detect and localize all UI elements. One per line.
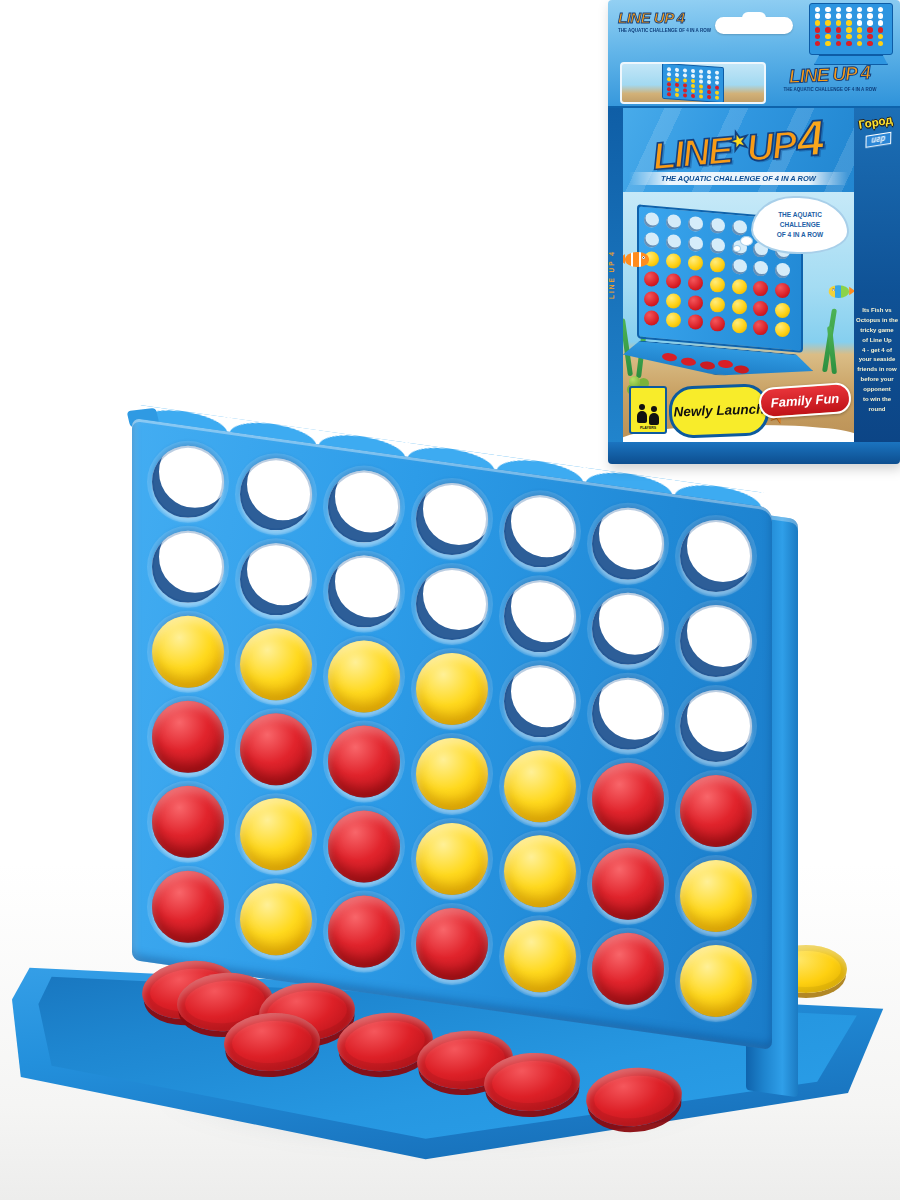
front-tagline-banner: THE AQUATIC CHALLENGE OF 4 IN A ROW: [629, 172, 848, 185]
empty-hole: [328, 555, 400, 627]
cell-r5c6: [750, 298, 772, 320]
cell-r1c2: [823, 6, 834, 13]
red-disc: [683, 93, 687, 97]
empty-hole: [867, 13, 873, 19]
cell-r6c2: [673, 92, 681, 98]
cell-r3c2: [663, 251, 685, 273]
cell-r2c3: [833, 13, 844, 20]
yellow-disc: [680, 860, 752, 932]
empty-hole: [836, 13, 842, 19]
yellow-disc: [416, 652, 488, 724]
empty-hole: [328, 470, 400, 542]
cell-r5c6: [865, 33, 876, 40]
cell-r4c6: [750, 278, 772, 300]
yellow-disc: [240, 628, 312, 700]
yellow-disc: [680, 945, 752, 1017]
yellow-disc: [675, 92, 679, 96]
cell-r1c6: [865, 6, 876, 13]
empty-hole: [815, 7, 821, 13]
cell-r2c4: [706, 235, 728, 257]
empty-hole: [644, 213, 659, 228]
cell-r1c3: [833, 6, 844, 13]
empty-hole: [416, 482, 488, 554]
speech-bubble-tail-small: [733, 245, 741, 252]
cell-r6c1: [144, 858, 232, 955]
cell-r2c3: [685, 233, 707, 255]
players-badge: PLAYERS: [629, 386, 667, 434]
board-grid: [144, 433, 760, 1030]
cell-r4c1: [641, 268, 663, 290]
cell-r6c5: [728, 315, 750, 337]
topface-logo-block: LINE UP 4 THE AQUATIC CHALLENGE OF 4 IN …: [768, 64, 892, 92]
cell-r5c3: [833, 33, 844, 40]
red-disc: [592, 847, 664, 919]
cell-r2c2: [232, 530, 320, 627]
cell-r6c3: [833, 40, 844, 47]
box-main: LINE UP 4 LINE★UP4 THE AQUATIC CHALLENGE…: [608, 108, 900, 442]
cell-r2c4: [844, 13, 855, 20]
hanger-slot: [715, 17, 793, 34]
cell-r3c5: [854, 20, 865, 27]
yellow-disc: [815, 20, 821, 26]
yellow-disc: [732, 279, 747, 294]
cell-r6c3: [320, 882, 408, 979]
cell-r3c4: [844, 20, 855, 27]
yellow-disc: [715, 95, 719, 99]
red-disc: [815, 27, 821, 33]
cell-r1c7: [672, 507, 760, 604]
cell-r1c1: [144, 433, 232, 530]
cell-r1c4: [706, 215, 728, 237]
cell-r5c1: [812, 33, 823, 40]
empty-hole: [680, 605, 752, 677]
cell-r6c3: [685, 311, 707, 333]
cell-r5c4: [706, 294, 728, 316]
micro-board-wrap: [662, 63, 724, 103]
red-disc: [707, 94, 711, 98]
cell-r2c7: [672, 592, 760, 689]
cell-r5c4: [408, 810, 496, 907]
cell-r2c1: [641, 229, 663, 251]
cell-r4c1: [144, 688, 232, 785]
red-disc: [688, 275, 703, 290]
cell-r6c7: [772, 319, 794, 341]
yellow-disc: [846, 34, 852, 40]
cell-r2c3: [320, 542, 408, 639]
yellow-disc: [857, 27, 863, 33]
empty-hole: [644, 232, 659, 247]
red-disc: [867, 41, 873, 47]
family-fun-badge: Family Fun: [758, 382, 852, 419]
cell-r5c1: [641, 288, 663, 310]
cell-r5c6: [584, 835, 672, 932]
cell-r1c6: [584, 495, 672, 592]
cell-r4c4: [706, 274, 728, 296]
cell-r2c5: [854, 13, 865, 20]
yellow-disc: [825, 20, 831, 26]
empty-hole: [688, 217, 703, 232]
cell-r3c6: [584, 665, 672, 762]
yellow-disc: [328, 640, 400, 712]
cell-r6c7: [672, 932, 760, 1029]
speech-bubble: THE AQUATIC CHALLENGE OF 4 IN A ROW: [751, 196, 849, 254]
red-disc: [416, 907, 488, 979]
cell-r3c7: [875, 20, 886, 27]
red-disc: [688, 315, 703, 330]
flap-tagline: THE AQUATIC CHALLENGE OF 4 IN A ROW: [618, 28, 718, 33]
cell-r2c2: [663, 231, 685, 253]
red-disc: [878, 27, 884, 33]
cell-r6c4: [706, 313, 728, 335]
cell-r6c6: [705, 94, 713, 100]
box-top-face: LINE UP 4 THE AQUATIC CHALLENGE OF 4 IN …: [608, 0, 900, 108]
red-disc: [240, 713, 312, 785]
cell-r6c6: [750, 317, 772, 339]
cell-r6c2: [663, 310, 685, 332]
empty-hole: [592, 592, 664, 664]
cell-r6c7: [875, 40, 886, 47]
hanger-notch: [742, 12, 766, 22]
yellow-disc: [710, 258, 725, 273]
players-label: PLAYERS: [640, 426, 656, 430]
yellow-disc: [152, 615, 224, 687]
topface-photo: [620, 62, 766, 104]
yellow-disc: [732, 299, 747, 314]
empty-hole: [710, 238, 725, 253]
yellow-disc: [775, 303, 790, 318]
cell-r5c7: [672, 847, 760, 944]
red-disc: [753, 301, 768, 316]
yellow-disc: [688, 256, 703, 271]
brand-logo-top: Город: [853, 113, 898, 132]
cell-r3c4: [706, 255, 728, 277]
cell-r6c4: [689, 93, 697, 99]
cell-r4c2: [232, 700, 320, 797]
cell-r3c2: [232, 615, 320, 712]
cell-r1c5: [854, 6, 865, 13]
red-disc: [328, 725, 400, 797]
empty-hole: [857, 7, 863, 13]
cell-r1c4: [844, 6, 855, 13]
cell-r2c2: [823, 13, 834, 20]
empty-hole: [688, 236, 703, 251]
empty-hole: [846, 13, 852, 19]
cell-r4c6: [865, 26, 876, 33]
cell-r3c2: [823, 20, 834, 27]
yellow-disc: [857, 41, 863, 47]
red-disc: [592, 932, 664, 1004]
cell-r2c6: [865, 13, 876, 20]
cell-r2c1: [144, 518, 232, 615]
cell-r6c2: [823, 40, 834, 47]
red-disc: [836, 41, 842, 47]
cell-r4c2: [823, 26, 834, 33]
red-disc: [328, 895, 400, 967]
yellow-disc: [416, 822, 488, 894]
yellow-disc: [666, 293, 681, 308]
cell-r6c1: [665, 91, 673, 97]
empty-hole: [825, 13, 831, 19]
red-disc: [152, 785, 224, 857]
red-disc: [753, 281, 768, 296]
box-right-side-panel: Город игр Its Fish vs Octopus in the tri…: [854, 108, 900, 442]
red-disc: [152, 870, 224, 942]
cell-r3c7: [672, 677, 760, 774]
seaweed-icon: [623, 318, 633, 376]
empty-hole: [857, 20, 863, 26]
cell-r5c2: [823, 33, 834, 40]
yellow-disc: [732, 318, 747, 333]
cell-r4c4: [408, 725, 496, 822]
empty-hole: [775, 264, 790, 279]
flap-logo-text: LINE UP 4: [618, 9, 718, 26]
yellow-disc: [878, 41, 884, 47]
red-disc: [667, 92, 671, 96]
cell-r5c3: [320, 797, 408, 894]
cell-r1c1: [641, 210, 663, 232]
empty-hole: [825, 7, 831, 13]
red-disc: [867, 34, 873, 40]
cell-r6c5: [854, 40, 865, 47]
cell-r2c6: [584, 580, 672, 677]
cell-r6c2: [232, 870, 320, 967]
speech-bubble-tail: [740, 236, 753, 246]
empty-hole: [753, 262, 768, 277]
cell-r4c5: [496, 737, 584, 834]
red-disc: [152, 700, 224, 772]
cell-r3c3: [685, 253, 707, 275]
cell-r3c1: [812, 20, 823, 27]
cell-r1c5: [496, 482, 584, 579]
red-disc: [688, 295, 703, 310]
yellow-disc: [846, 27, 852, 33]
cell-r4c7: [672, 762, 760, 859]
empty-hole: [857, 13, 863, 19]
empty-hole: [240, 543, 312, 615]
cell-r3c1: [144, 603, 232, 700]
empty-hole: [680, 690, 752, 762]
players-icon: [636, 403, 660, 426]
clownfish-icon: [625, 252, 649, 267]
topface-logo-text: LINE UP 4: [789, 62, 871, 88]
cell-r4c5: [728, 276, 750, 298]
cell-r4c7: [772, 280, 794, 302]
empty-hole: [867, 7, 873, 13]
empty-hole: [240, 458, 312, 530]
yellow-disc: [504, 750, 576, 822]
red-disc: [846, 41, 852, 47]
empty-hole: [152, 445, 224, 517]
cell-r6c5: [697, 93, 705, 99]
product-box: LINE UP 4 THE AQUATIC CHALLENGE OF 4 IN …: [608, 0, 900, 464]
cell-r1c3: [685, 213, 707, 235]
empty-hole: [878, 13, 884, 19]
empty-hole: [666, 215, 681, 230]
cell-r4c4: [844, 26, 855, 33]
logo-word-up: UP: [745, 123, 797, 169]
empty-hole: [680, 520, 752, 592]
red-disc: [644, 272, 659, 287]
red-disc: [691, 93, 695, 97]
cell-r5c5: [728, 296, 750, 318]
cell-r3c5: [728, 256, 750, 278]
cell-r5c1: [144, 773, 232, 870]
cell-r2c7: [875, 13, 886, 20]
cell-r5c7: [772, 299, 794, 321]
red-disc: [815, 34, 821, 40]
red-disc: [644, 291, 659, 306]
tropical-fish-icon: [829, 285, 849, 298]
red-disc: [825, 27, 831, 33]
red-disc: [836, 27, 842, 33]
yellow-disc: [836, 20, 842, 26]
cell-r1c4: [408, 470, 496, 567]
red-disc: [666, 274, 681, 289]
micro-board: [662, 63, 724, 103]
empty-hole: [867, 20, 873, 26]
topface-tagline: THE AQUATIC CHALLENGE OF 4 IN A ROW: [768, 87, 892, 92]
empty-hole: [592, 507, 664, 579]
seaweed-icon: [827, 326, 837, 374]
cell-r5c3: [685, 292, 707, 314]
empty-hole: [592, 677, 664, 749]
box-art-tray-discs: [662, 352, 677, 361]
empty-hole: [732, 260, 747, 275]
red-disc: [710, 317, 725, 332]
red-disc: [867, 27, 873, 33]
yellow-disc: [825, 41, 831, 47]
cell-r6c5: [496, 907, 584, 1004]
cell-r5c2: [663, 290, 685, 312]
cell-r4c2: [663, 270, 685, 292]
box-side-text: Its Fish vs Octopus in the tricky game o…: [856, 306, 898, 415]
red-disc: [592, 762, 664, 834]
yellow-disc: [878, 34, 884, 40]
cell-r6c1: [641, 308, 663, 330]
yellow-disc: [846, 20, 852, 26]
yellow-disc: [416, 737, 488, 809]
empty-hole: [152, 530, 224, 602]
cell-r5c7: [875, 33, 886, 40]
logo-word-line: LINE: [651, 129, 733, 178]
yellow-disc: [666, 254, 681, 269]
cell-r6c7: [713, 94, 721, 100]
cell-r4c3: [685, 272, 707, 294]
cell-r3c6: [750, 258, 772, 280]
cell-r6c6: [865, 40, 876, 47]
cell-r6c4: [408, 895, 496, 992]
cell-r3c7: [772, 260, 794, 282]
cell-r4c5: [854, 26, 865, 33]
cell-r5c5: [496, 822, 584, 919]
yellow-disc: [775, 322, 790, 337]
empty-hole: [666, 234, 681, 249]
logo-numeral-4: 4: [794, 110, 827, 168]
cell-r6c3: [681, 92, 689, 98]
cell-r2c1: [812, 13, 823, 20]
empty-hole: [504, 665, 576, 737]
empty-hole: [836, 7, 842, 13]
yellow-disc: [240, 883, 312, 955]
yellow-disc: [710, 277, 725, 292]
cell-r3c5: [496, 652, 584, 749]
cell-r5c4: [844, 33, 855, 40]
empty-hole: [710, 219, 725, 234]
empty-hole: [416, 567, 488, 639]
empty-hole: [504, 580, 576, 652]
yellow-disc: [504, 835, 576, 907]
cell-r3c3: [320, 627, 408, 724]
empty-hole: [846, 7, 852, 13]
speech-bubble-text: THE AQUATIC CHALLENGE OF 4 IN A ROW: [757, 200, 843, 250]
empty-hole: [878, 20, 884, 26]
red-disc: [815, 41, 821, 47]
red-disc: [328, 810, 400, 882]
yellow-disc: [857, 34, 863, 40]
cell-r1c3: [320, 457, 408, 554]
cell-r1c2: [232, 445, 320, 542]
cell-r1c2: [663, 212, 685, 234]
red-disc: [644, 311, 659, 326]
newly-launch-badge: Newly Launch: [668, 383, 770, 438]
cell-r4c3: [320, 712, 408, 809]
cell-r6c4: [844, 40, 855, 47]
box-bottom-edge: [608, 442, 900, 464]
cell-r5c2: [232, 785, 320, 882]
cell-r1c1: [812, 6, 823, 13]
yellow-disc: [825, 34, 831, 40]
flap-thumbnail: [808, 3, 894, 63]
yellow-disc: [699, 94, 703, 98]
brand-logo-bottom: игр: [865, 132, 891, 148]
cell-r3c4: [408, 640, 496, 737]
cell-r3c6: [865, 20, 876, 27]
cell-r6c6: [584, 920, 672, 1017]
cell-r4c6: [584, 750, 672, 847]
red-disc: [775, 283, 790, 298]
yellow-disc: [504, 920, 576, 992]
empty-hole: [815, 13, 821, 19]
red-disc: [753, 320, 768, 335]
cell-r1c7: [875, 6, 886, 13]
empty-hole: [878, 7, 884, 13]
cell-r2c4: [408, 555, 496, 652]
box-left-side-panel: LINE UP 4: [608, 108, 623, 442]
red-disc: [680, 775, 752, 847]
empty-hole: [732, 221, 747, 236]
empty-hole: [504, 495, 576, 567]
yellow-disc: [240, 798, 312, 870]
cell-r4c1: [812, 26, 823, 33]
cell-r4c3: [833, 26, 844, 33]
cell-r3c3: [833, 20, 844, 27]
cell-r4c7: [875, 26, 886, 33]
flap-logo-block: LINE UP 4 THE AQUATIC CHALLENGE OF 4 IN …: [618, 9, 718, 33]
red-disc: [836, 34, 842, 40]
cell-r6c1: [812, 40, 823, 47]
game-board: [132, 418, 772, 1050]
yellow-disc: [666, 313, 681, 328]
brand-logo: Город игр: [853, 113, 900, 150]
cell-r2c5: [496, 567, 584, 664]
yellow-disc: [710, 297, 725, 312]
thumb-board: [809, 3, 893, 55]
cell-r5c5: [854, 33, 865, 40]
box-front-face: LINE★UP4 THE AQUATIC CHALLENGE OF 4 IN A…: [623, 108, 854, 442]
